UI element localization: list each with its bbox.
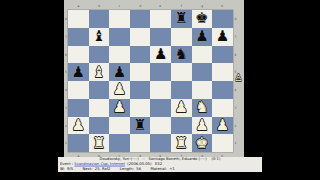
white-pawn: ♟ — [113, 81, 126, 98]
square-e8 — [150, 10, 171, 28]
file-label-c: c — [114, 3, 124, 8]
white-pawn: ♟ — [72, 117, 85, 134]
square-d3 — [130, 99, 151, 117]
rank-label-7: 7 — [234, 32, 237, 41]
square-e7 — [150, 28, 171, 46]
white-knight: ♞ — [195, 99, 208, 116]
square-h4 — [212, 81, 233, 99]
black-rook: ♜ — [133, 117, 146, 134]
square-a7 — [68, 28, 89, 46]
square-g2: ♟ — [192, 117, 213, 135]
rank-label-6: 6 — [65, 50, 67, 59]
square-c3: ♟ — [109, 99, 130, 117]
square-d4 — [130, 81, 151, 99]
black-rook: ♜ — [175, 10, 188, 27]
square-b5: ♝ — [89, 63, 110, 81]
square-f2 — [171, 117, 192, 135]
square-g4 — [192, 81, 213, 99]
file-labels-top: abcdefgh — [68, 0, 233, 10]
rank-label-2: 2 — [65, 121, 67, 130]
square-a1 — [68, 134, 89, 152]
event-details: (2006.05.05) E32 — [125, 161, 162, 165]
event-label: Event : — [60, 161, 74, 165]
square-a8 — [68, 10, 89, 28]
file-label-b: b — [94, 3, 104, 8]
square-h3 — [212, 99, 233, 117]
square-d5 — [130, 63, 151, 81]
chess-board: ♜♚♝♟♟♟♞♟♝♟♟♟♟♞♟♜♟♟♜♜♚ — [68, 10, 233, 152]
square-d2: ♜ — [130, 117, 151, 135]
square-e6: ♟ — [150, 46, 171, 64]
square-e4 — [150, 81, 171, 99]
file-label-d: d — [135, 3, 145, 8]
square-b1: ♜ — [89, 134, 110, 152]
black-knight: ♞ — [175, 46, 188, 63]
rank-label-8: 8 — [65, 14, 67, 23]
black-pawn: ♟ — [113, 64, 126, 81]
material-advantage-pawn-icon: ♙ — [233, 72, 244, 83]
event-line: Event : Scandinavian Cup, Internet (2006… — [60, 162, 186, 166]
black-pawn: ♟ — [216, 28, 229, 45]
file-label-g: g — [197, 3, 207, 8]
square-b2 — [89, 117, 110, 135]
white-bishop: ♝ — [92, 64, 105, 81]
white-rook: ♜ — [92, 135, 105, 152]
square-g3: ♞ — [192, 99, 213, 117]
event-link: Scandinavian Cup, Internet — [74, 161, 125, 165]
square-f1: ♜ — [171, 134, 192, 152]
square-f4 — [171, 81, 192, 99]
square-d1 — [130, 134, 151, 152]
square-g5 — [192, 63, 213, 81]
file-label-h: h — [217, 3, 227, 8]
white-pawn: ♟ — [113, 99, 126, 116]
square-f3: ♟ — [171, 99, 192, 117]
rank-label-8: 8 — [234, 14, 237, 23]
rank-label-1: 1 — [234, 139, 237, 148]
square-e2 — [150, 117, 171, 135]
square-a2: ♟ — [68, 117, 89, 135]
file-label-e: e — [156, 3, 166, 8]
square-b8 — [89, 10, 110, 28]
rank-label-2: 2 — [234, 121, 237, 130]
square-g1: ♚ — [192, 134, 213, 152]
square-d8 — [130, 10, 151, 28]
white-pawn: ♟ — [195, 117, 208, 134]
black-pawn: ♟ — [72, 64, 85, 81]
square-a5: ♟ — [68, 63, 89, 81]
stats-line: W: 9/5 Next: 25. Rxf2 Length: 56 Materia… — [60, 167, 186, 171]
square-c1 — [109, 134, 130, 152]
square-c8 — [109, 10, 130, 28]
rank-labels-left: 87654321 — [64, 10, 68, 152]
white-pawn: ♟ — [175, 99, 188, 116]
square-e1 — [150, 134, 171, 152]
square-c5: ♟ — [109, 63, 130, 81]
square-h8 — [212, 10, 233, 28]
rank-label-3: 3 — [65, 103, 67, 112]
square-h5 — [212, 63, 233, 81]
square-d7 — [130, 28, 151, 46]
white-pawn: ♟ — [216, 117, 229, 134]
rank-label-7: 7 — [65, 32, 67, 41]
square-c4: ♟ — [109, 81, 130, 99]
black-bishop: ♝ — [92, 28, 105, 45]
rank-label-1: 1 — [65, 139, 67, 148]
square-d6 — [130, 46, 151, 64]
square-b4 — [89, 81, 110, 99]
black-king: ♚ — [195, 10, 208, 27]
players-line: Doudovsky, Yuri (----) -- Santiago Bonet… — [97, 157, 223, 161]
game-caption: Doudovsky, Yuri (----) -- Santiago Bonet… — [58, 157, 262, 172]
square-a3 — [68, 99, 89, 117]
square-g7: ♟ — [192, 28, 213, 46]
square-g6 — [192, 46, 213, 64]
white-king: ♚ — [195, 135, 208, 152]
rank-label-4: 4 — [234, 85, 237, 94]
square-h6 — [212, 46, 233, 64]
square-a4 — [68, 81, 89, 99]
square-b3 — [89, 99, 110, 117]
square-f8: ♜ — [171, 10, 192, 28]
square-c2 — [109, 117, 130, 135]
square-a6 — [68, 46, 89, 64]
square-h1 — [212, 134, 233, 152]
square-f5 — [171, 63, 192, 81]
rank-label-5: 5 — [65, 68, 67, 77]
rank-label-3: 3 — [234, 103, 237, 112]
square-h7: ♟ — [212, 28, 233, 46]
square-g8: ♚ — [192, 10, 213, 28]
black-pawn: ♟ — [154, 46, 167, 63]
square-b6 — [89, 46, 110, 64]
square-f6: ♞ — [171, 46, 192, 64]
square-c6 — [109, 46, 130, 64]
square-e3 — [150, 99, 171, 117]
black-pawn: ♟ — [195, 28, 208, 45]
video-frame: abcdefgh ♜♚♝♟♟♟♞♟♝♟♟♟♟♞♟♜♟♟♜♜♚ 87654321 … — [0, 0, 320, 180]
square-h2: ♟ — [212, 117, 233, 135]
square-f7 — [171, 28, 192, 46]
rank-label-4: 4 — [65, 85, 67, 94]
rank-label-6: 6 — [234, 50, 237, 59]
square-b7: ♝ — [89, 28, 110, 46]
square-e5 — [150, 63, 171, 81]
white-rook: ♜ — [175, 135, 188, 152]
square-c7 — [109, 28, 130, 46]
file-label-a: a — [73, 3, 83, 8]
board-panel: abcdefgh ♜♚♝♟♟♟♞♟♝♟♟♟♟♞♟♜♟♟♜♜♚ 87654321 … — [64, 0, 244, 157]
file-label-f: f — [176, 3, 186, 8]
